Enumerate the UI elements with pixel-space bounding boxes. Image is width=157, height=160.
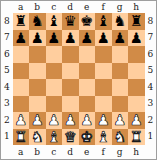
piece-black-pawn: ♟	[80, 30, 93, 47]
square-h8[interactable]: ♜	[128, 13, 145, 30]
square-b4[interactable]	[29, 79, 46, 96]
coordinate-label-rank-8-left: 8	[1, 13, 13, 30]
square-g8[interactable]: ♞	[112, 13, 129, 30]
square-f6[interactable]	[95, 46, 112, 63]
square-b6[interactable]	[29, 46, 46, 63]
coordinate-label-file-f-top: f	[95, 1, 112, 13]
piece-white-rook: ♜	[14, 129, 27, 146]
square-h2[interactable]: ♟	[128, 112, 145, 129]
square-f3[interactable]	[95, 96, 112, 113]
square-b8[interactable]: ♞	[29, 13, 46, 30]
square-b7[interactable]: ♟	[29, 30, 46, 47]
coordinate-label-rank-7-right: 7	[145, 30, 157, 47]
coordinate-label-rank-2-left: 2	[1, 112, 13, 129]
coordinate-label-rank-7-left: 7	[1, 30, 13, 47]
square-d6[interactable]	[62, 46, 79, 63]
board-margin-corner	[1, 1, 13, 13]
coordinate-label-file-h-top: h	[128, 1, 145, 13]
piece-white-pawn: ♟	[14, 112, 27, 129]
piece-white-pawn: ♟	[64, 112, 77, 129]
piece-white-rook: ♜	[130, 129, 143, 146]
square-e5[interactable]	[79, 63, 96, 80]
square-c2[interactable]: ♟	[46, 112, 63, 129]
coordinate-label-file-e-top: e	[79, 1, 96, 13]
piece-white-knight: ♞	[31, 129, 44, 146]
coordinate-label-file-h-bottom: h	[128, 145, 145, 159]
coordinate-label-file-d-bottom: d	[62, 145, 79, 159]
square-b3[interactable]	[29, 96, 46, 113]
piece-black-pawn: ♟	[130, 30, 143, 47]
piece-black-pawn: ♟	[113, 30, 126, 47]
coordinate-label-rank-8-right: 8	[145, 13, 157, 30]
square-a5[interactable]	[13, 63, 30, 80]
coordinate-label-file-g-bottom: g	[112, 145, 129, 159]
square-f4[interactable]	[95, 79, 112, 96]
square-g2[interactable]: ♟	[112, 112, 129, 129]
piece-white-pawn: ♟	[97, 112, 110, 129]
piece-white-queen: ♛	[64, 129, 77, 146]
coordinate-label-rank-2-right: 2	[145, 112, 157, 129]
coordinate-label-rank-5-right: 5	[145, 63, 157, 80]
square-f5[interactable]	[95, 63, 112, 80]
coordinate-label-rank-1-left: 1	[1, 129, 13, 146]
square-e7[interactable]: ♟	[79, 30, 96, 47]
coordinate-label-file-g-top: g	[112, 1, 129, 13]
square-h1[interactable]: ♜	[128, 129, 145, 146]
square-b1[interactable]: ♞	[29, 129, 46, 146]
coordinate-label-file-c-top: c	[46, 1, 63, 13]
board-margin-corner	[1, 145, 13, 159]
square-g5[interactable]	[112, 63, 129, 80]
square-a3[interactable]	[13, 96, 30, 113]
square-d3[interactable]	[62, 96, 79, 113]
square-f2[interactable]: ♟	[95, 112, 112, 129]
coordinate-label-file-d-top: d	[62, 1, 79, 13]
coordinate-label-rank-6-right: 6	[145, 46, 157, 63]
square-f7[interactable]: ♟	[95, 30, 112, 47]
piece-black-rook: ♜	[14, 13, 27, 30]
coordinate-label-rank-3-right: 3	[145, 96, 157, 113]
piece-white-pawn: ♟	[31, 112, 44, 129]
piece-white-bishop: ♝	[47, 129, 60, 146]
square-e1[interactable]: ♚	[79, 129, 96, 146]
square-c1[interactable]: ♝	[46, 129, 63, 146]
coordinate-label-rank-5-left: 5	[1, 63, 13, 80]
piece-black-king: ♚	[80, 13, 93, 30]
piece-white-pawn: ♟	[130, 112, 143, 129]
square-a8[interactable]: ♜	[13, 13, 30, 30]
coordinate-label-file-b-top: b	[29, 1, 46, 13]
coordinate-label-file-b-bottom: b	[29, 145, 46, 159]
board-margin-corner	[145, 145, 157, 159]
square-e4[interactable]	[79, 79, 96, 96]
square-a4[interactable]	[13, 79, 30, 96]
piece-white-knight: ♞	[113, 129, 126, 146]
piece-white-pawn: ♟	[113, 112, 126, 129]
piece-black-pawn: ♟	[31, 30, 44, 47]
square-g1[interactable]: ♞	[112, 129, 129, 146]
square-d1[interactable]: ♛	[62, 129, 79, 146]
square-c7[interactable]: ♟	[46, 30, 63, 47]
piece-black-pawn: ♟	[64, 30, 77, 47]
square-e6[interactable]	[79, 46, 96, 63]
square-e3[interactable]	[79, 96, 96, 113]
square-b2[interactable]: ♟	[29, 112, 46, 129]
square-c6[interactable]	[46, 46, 63, 63]
square-g7[interactable]: ♟	[112, 30, 129, 47]
coordinate-label-file-a-bottom: a	[13, 145, 30, 159]
square-d4[interactable]	[62, 79, 79, 96]
square-e8[interactable]: ♚	[79, 13, 96, 30]
square-c8[interactable]: ♝	[46, 13, 63, 30]
piece-white-king: ♚	[80, 129, 93, 146]
coordinate-label-file-e-bottom: e	[79, 145, 96, 159]
square-d2[interactable]: ♟	[62, 112, 79, 129]
square-d8[interactable]: ♛	[62, 13, 79, 30]
square-g4[interactable]	[112, 79, 129, 96]
piece-black-pawn: ♟	[97, 30, 110, 47]
piece-white-bishop: ♝	[97, 129, 110, 146]
square-e2[interactable]: ♟	[79, 112, 96, 129]
piece-black-bishop: ♝	[97, 13, 110, 30]
square-a7[interactable]: ♟	[13, 30, 30, 47]
square-h3[interactable]	[128, 96, 145, 113]
coordinate-label-rank-1-right: 1	[145, 129, 157, 146]
square-d7[interactable]: ♟	[62, 30, 79, 47]
piece-black-pawn: ♟	[47, 30, 60, 47]
piece-black-knight: ♞	[113, 13, 126, 30]
piece-black-knight: ♞	[31, 13, 44, 30]
square-a1[interactable]: ♜	[13, 129, 30, 146]
square-f8[interactable]: ♝	[95, 13, 112, 30]
square-g3[interactable]	[112, 96, 129, 113]
piece-black-bishop: ♝	[47, 13, 60, 30]
coordinate-label-file-f-bottom: f	[95, 145, 112, 159]
piece-white-pawn: ♟	[47, 112, 60, 129]
square-b5[interactable]	[29, 63, 46, 80]
square-g6[interactable]	[112, 46, 129, 63]
square-c4[interactable]	[46, 79, 63, 96]
piece-black-rook: ♜	[130, 13, 143, 30]
square-h6[interactable]	[128, 46, 145, 63]
square-a6[interactable]	[13, 46, 30, 63]
piece-black-queen: ♛	[64, 13, 77, 30]
square-h4[interactable]	[128, 79, 145, 96]
coordinate-label-rank-3-left: 3	[1, 96, 13, 113]
square-h7[interactable]: ♟	[128, 30, 145, 47]
board-margin-corner	[145, 1, 157, 13]
piece-black-pawn: ♟	[14, 30, 27, 47]
square-d5[interactable]	[62, 63, 79, 80]
piece-white-pawn: ♟	[80, 112, 93, 129]
coordinate-label-file-a-top: a	[13, 1, 30, 13]
coordinate-label-file-c-bottom: c	[46, 145, 63, 159]
coordinate-label-rank-4-left: 4	[1, 79, 13, 96]
square-c3[interactable]	[46, 96, 63, 113]
square-c5[interactable]	[46, 63, 63, 80]
square-f1[interactable]: ♝	[95, 129, 112, 146]
chess-board-diagram: abcdefgh8♜♞♝♛♚♝♞♜87♟♟♟♟♟♟♟♟7665544332♟♟♟…	[0, 0, 157, 160]
square-a2[interactable]: ♟	[13, 112, 30, 129]
coordinate-label-rank-4-right: 4	[145, 79, 157, 96]
square-h5[interactable]	[128, 63, 145, 80]
coordinate-label-rank-6-left: 6	[1, 46, 13, 63]
